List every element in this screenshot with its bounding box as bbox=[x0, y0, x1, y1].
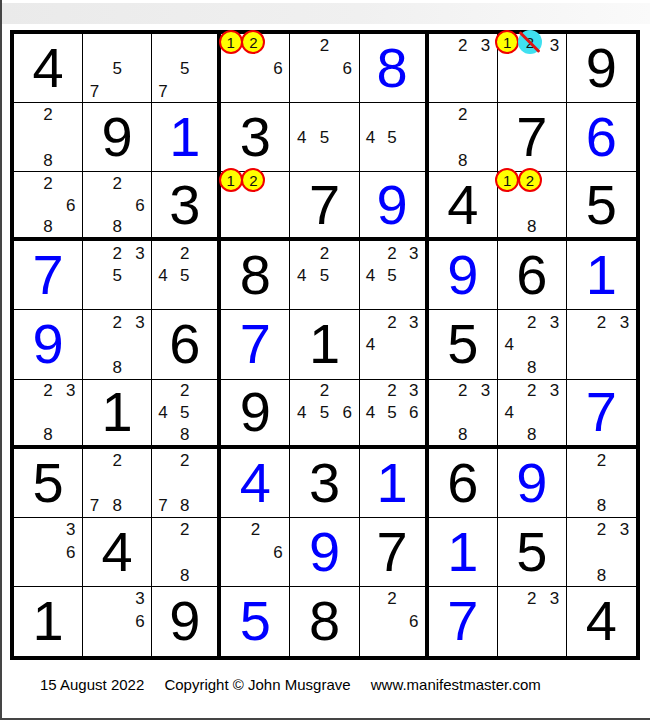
candidate-highlight-yellow-circle-icon: 1 bbox=[219, 30, 243, 54]
pencil-mark: 5 bbox=[180, 60, 189, 77]
sudoku-cell-r7c6[interactable]: 1 bbox=[360, 449, 429, 518]
pencil-mark: 2 bbox=[387, 382, 396, 399]
given-digit: 6 bbox=[429, 449, 497, 517]
sudoku-cell-r6c6[interactable]: 23456 bbox=[360, 380, 429, 449]
given-digit: 1 bbox=[14, 587, 82, 656]
pencil-mark: 3 bbox=[409, 313, 418, 330]
pencil-mark: 2 bbox=[387, 590, 396, 607]
given-digit: 7 bbox=[360, 518, 425, 586]
given-digit: 1 bbox=[83, 380, 151, 445]
pencil-mark: 3 bbox=[481, 37, 490, 54]
given-digit: 3 bbox=[290, 449, 358, 517]
sudoku-cell-r9c4[interactable]: 5 bbox=[221, 587, 290, 656]
sudoku-cell-r1c4[interactable]: 126 bbox=[221, 34, 290, 103]
sudoku-cell-r2c6[interactable]: 45 bbox=[360, 103, 429, 172]
pencil-mark: 2 bbox=[112, 313, 121, 330]
footer-url: www.manifestmaster.com bbox=[371, 676, 541, 693]
pencil-mark: 8 bbox=[43, 425, 52, 442]
sudoku-cell-r4c8[interactable]: 6 bbox=[498, 241, 567, 310]
sudoku-cell-r8c1[interactable]: 36 bbox=[14, 518, 83, 587]
pencil-mark: 2 bbox=[527, 313, 536, 330]
pencil-mark: 8 bbox=[180, 425, 189, 442]
sudoku-app-page: 4575712626823123928913454528762682683127… bbox=[0, 0, 650, 720]
given-digit: 5 bbox=[498, 518, 566, 586]
sudoku-cell-r7c2[interactable]: 278 bbox=[83, 449, 152, 518]
pencil-mark: 4 bbox=[366, 267, 375, 284]
pencil-mark: 2 bbox=[458, 37, 467, 54]
candidate-highlight-yellow-circle-icon: 1 bbox=[495, 30, 519, 54]
sudoku-cell-r7c5[interactable]: 3 bbox=[290, 449, 359, 518]
given-digit: 9 bbox=[221, 380, 289, 445]
pencil-mark: 5 bbox=[180, 404, 189, 421]
sudoku-cell-r9c7[interactable]: 7 bbox=[429, 587, 498, 656]
pencil-mark: 3 bbox=[550, 37, 559, 54]
sudoku-cell-r6c5[interactable]: 2456 bbox=[290, 380, 359, 449]
sudoku-cell-r2c2[interactable]: 9 bbox=[83, 103, 152, 172]
pencil-mark: 3 bbox=[550, 590, 559, 607]
sudoku-cell-r3c1[interactable]: 268 bbox=[14, 172, 83, 241]
pencil-mark: 2 bbox=[180, 382, 189, 399]
given-digit: 9 bbox=[152, 587, 217, 656]
pencil-mark: 6 bbox=[66, 196, 75, 213]
sudoku-cell-r6c8[interactable]: 2348 bbox=[498, 380, 567, 449]
pencil-mark: 3 bbox=[135, 244, 144, 261]
sudoku-cell-r8c7[interactable]: 1 bbox=[429, 518, 498, 587]
sudoku-cell-r2c7[interactable]: 28 bbox=[429, 103, 498, 172]
solved-digit: 7 bbox=[221, 310, 289, 378]
sudoku-cell-r4c1[interactable]: 7 bbox=[14, 241, 83, 310]
sudoku-cell-r7c1[interactable]: 5 bbox=[14, 449, 83, 518]
given-digit: 5 bbox=[429, 310, 497, 378]
sudoku-cell-r8c5[interactable]: 9 bbox=[290, 518, 359, 587]
pencil-mark: 8 bbox=[180, 497, 189, 514]
solved-digit: 1 bbox=[360, 449, 425, 517]
pencil-mark: 2 bbox=[597, 521, 606, 538]
sudoku-cell-r2c8[interactable]: 7 bbox=[498, 103, 567, 172]
sudoku-cell-r3c4[interactable]: 12 bbox=[221, 172, 290, 241]
sudoku-cell-r9c1[interactable]: 1 bbox=[14, 587, 83, 656]
pencil-mark: 6 bbox=[135, 613, 144, 630]
pencil-mark: 3 bbox=[620, 313, 629, 330]
sudoku-cell-r4c7[interactable]: 9 bbox=[429, 241, 498, 310]
pencil-mark: 5 bbox=[320, 129, 329, 146]
candidate-highlight-yellow-circle-icon: 1 bbox=[219, 168, 243, 192]
pencil-mark: 4 bbox=[158, 404, 167, 421]
sudoku-cell-r4c9[interactable]: 1 bbox=[567, 241, 636, 310]
pencil-mark: 6 bbox=[66, 543, 75, 560]
sudoku-cell-r2c1[interactable]: 28 bbox=[14, 103, 83, 172]
sudoku-cell-r5c8[interactable]: 2348 bbox=[498, 310, 567, 379]
pencil-mark: 8 bbox=[527, 218, 536, 235]
pencil-mark: 6 bbox=[409, 613, 418, 630]
pencil-mark: 4 bbox=[366, 336, 375, 353]
solved-digit: 5 bbox=[221, 587, 289, 656]
strikethrough-line-icon bbox=[519, 31, 541, 53]
sudoku-cell-r5c2[interactable]: 238 bbox=[83, 310, 152, 379]
pencil-mark: 2 bbox=[43, 175, 52, 192]
pencil-mark: 8 bbox=[527, 425, 536, 442]
pencil-mark: 4 bbox=[366, 404, 375, 421]
given-digit: 5 bbox=[14, 449, 82, 517]
solved-digit: 9 bbox=[429, 241, 497, 309]
sudoku-cell-r6c7[interactable]: 238 bbox=[429, 380, 498, 449]
pencil-mark: 5 bbox=[112, 60, 121, 77]
sudoku-cell-r1c8[interactable]: 123 bbox=[498, 34, 567, 103]
pencil-mark: 2 bbox=[112, 244, 121, 261]
pencil-mark: 3 bbox=[550, 313, 559, 330]
pencil-mark: 3 bbox=[481, 382, 490, 399]
sudoku-cell-r5c1[interactable]: 9 bbox=[14, 310, 83, 379]
sudoku-cell-r9c5[interactable]: 8 bbox=[290, 587, 359, 656]
sudoku-cell-r3c5[interactable]: 7 bbox=[290, 172, 359, 241]
pencil-mark: 8 bbox=[43, 218, 52, 235]
sudoku-cell-r1c5[interactable]: 26 bbox=[290, 34, 359, 103]
sudoku-cell-r5c3[interactable]: 6 bbox=[152, 310, 221, 379]
solved-digit: 7 bbox=[429, 587, 497, 656]
given-digit: 1 bbox=[290, 310, 358, 378]
pencil-mark: 4 bbox=[504, 336, 513, 353]
sudoku-cell-r7c9[interactable]: 28 bbox=[567, 449, 636, 518]
sudoku-cell-r8c2[interactable]: 4 bbox=[83, 518, 152, 587]
pencil-mark: 2 bbox=[320, 37, 329, 54]
pencil-mark: 8 bbox=[458, 425, 467, 442]
pencil-mark: 4 bbox=[297, 129, 306, 146]
pencil-mark: 7 bbox=[158, 82, 167, 99]
sudoku-cell-r9c9[interactable]: 4 bbox=[567, 587, 636, 656]
sudoku-cell-r3c8[interactable]: 128 bbox=[498, 172, 567, 241]
pencil-mark: 6 bbox=[342, 404, 351, 421]
solved-digit: 9 bbox=[14, 310, 82, 378]
pencil-mark: 2 bbox=[527, 590, 536, 607]
sudoku-cell-r8c3[interactable]: 28 bbox=[152, 518, 221, 587]
pencil-mark: 5 bbox=[112, 267, 121, 284]
solved-digit: 9 bbox=[360, 172, 425, 237]
solved-digit: 7 bbox=[14, 241, 82, 309]
candidate-highlight-yellow-circle-icon: 1 bbox=[495, 168, 519, 192]
given-digit: 4 bbox=[14, 34, 82, 102]
pencil-mark: 2 bbox=[112, 452, 121, 469]
pencil-mark: 2 bbox=[180, 521, 189, 538]
footer-date: 15 August 2022 bbox=[40, 676, 144, 693]
sudoku-cell-r3c2[interactable]: 268 bbox=[83, 172, 152, 241]
pencil-mark: 4 bbox=[297, 404, 306, 421]
sudoku-cell-r9c2[interactable]: 36 bbox=[83, 587, 152, 656]
solved-digit: 8 bbox=[360, 34, 425, 102]
sudoku-cell-r7c7[interactable]: 6 bbox=[429, 449, 498, 518]
sudoku-cell-r4c6[interactable]: 2345 bbox=[360, 241, 429, 310]
pencil-mark: 8 bbox=[112, 218, 121, 235]
given-digit: 4 bbox=[83, 518, 151, 586]
given-digit: 4 bbox=[567, 587, 636, 656]
pencil-mark: 6 bbox=[135, 196, 144, 213]
sudoku-cell-r6c9[interactable]: 7 bbox=[567, 380, 636, 449]
pencil-mark: 3 bbox=[135, 313, 144, 330]
pencil-mark: 3 bbox=[620, 521, 629, 538]
pencil-mark: 2 bbox=[251, 521, 260, 538]
pencil-mark: 6 bbox=[342, 60, 351, 77]
footer: 15 August 2022 Copyright © John Musgrave… bbox=[40, 676, 557, 693]
pencil-mark: 5 bbox=[387, 267, 396, 284]
pencil-mark: 6 bbox=[409, 404, 418, 421]
sudoku-cell-r2c5[interactable]: 45 bbox=[290, 103, 359, 172]
sudoku-cell-r5c7[interactable]: 5 bbox=[429, 310, 498, 379]
pencil-mark: 2 bbox=[597, 452, 606, 469]
pencil-mark: 2 bbox=[387, 313, 396, 330]
pencil-mark: 6 bbox=[273, 543, 282, 560]
pencil-mark: 8 bbox=[180, 566, 189, 583]
given-digit: 3 bbox=[152, 172, 217, 237]
pencil-mark: 8 bbox=[112, 497, 121, 514]
sudoku-cell-r8c8[interactable]: 5 bbox=[498, 518, 567, 587]
given-digit: 3 bbox=[221, 103, 289, 171]
sudoku-cell-r3c9[interactable]: 5 bbox=[567, 172, 636, 241]
given-digit: 6 bbox=[498, 241, 566, 309]
pencil-mark: 4 bbox=[504, 404, 513, 421]
pencil-mark: 8 bbox=[597, 566, 606, 583]
given-digit: 8 bbox=[290, 587, 358, 656]
sudoku-cell-r5c4[interactable]: 7 bbox=[221, 310, 290, 379]
sudoku-cell-r2c9[interactable]: 6 bbox=[567, 103, 636, 172]
sudoku-cell-r6c3[interactable]: 2458 bbox=[152, 380, 221, 449]
pencil-mark: 5 bbox=[320, 267, 329, 284]
pencil-mark: 3 bbox=[66, 382, 75, 399]
sudoku-cell-r7c4[interactable]: 4 bbox=[221, 449, 290, 518]
sudoku-cell-r9c6[interactable]: 26 bbox=[360, 587, 429, 656]
pencil-mark: 3 bbox=[409, 244, 418, 261]
candidate-highlight-yellow-circle-icon: 2 bbox=[518, 168, 542, 192]
given-digit: 9 bbox=[83, 103, 151, 171]
pencil-mark: 2 bbox=[320, 382, 329, 399]
title-bar-strip bbox=[2, 3, 650, 24]
solved-digit: 7 bbox=[567, 380, 636, 445]
solved-digit: 4 bbox=[221, 449, 289, 517]
sudoku-cell-r3c7[interactable]: 4 bbox=[429, 172, 498, 241]
candidate-highlight-yellow-circle-icon: 2 bbox=[241, 168, 265, 192]
pencil-mark: 2 bbox=[387, 244, 396, 261]
sudoku-cell-r7c3[interactable]: 278 bbox=[152, 449, 221, 518]
sudoku-cell-r4c2[interactable]: 235 bbox=[83, 241, 152, 310]
candidate-highlight-yellow-circle-icon: 2 bbox=[241, 30, 265, 54]
pencil-mark: 5 bbox=[180, 267, 189, 284]
sudoku-cell-r4c4[interactable]: 8 bbox=[221, 241, 290, 310]
sudoku-cell-r7c8[interactable]: 9 bbox=[498, 449, 567, 518]
sudoku-cell-r9c3[interactable]: 9 bbox=[152, 587, 221, 656]
sudoku-cell-r5c9[interactable]: 23 bbox=[567, 310, 636, 379]
sudoku-cell-r1c6[interactable]: 8 bbox=[360, 34, 429, 103]
sudoku-board: 4575712626823123928913454528762682683127… bbox=[10, 30, 640, 660]
sudoku-cell-r6c1[interactable]: 238 bbox=[14, 380, 83, 449]
pencil-mark: 7 bbox=[90, 82, 99, 99]
sudoku-cell-r9c8[interactable]: 23 bbox=[498, 587, 567, 656]
footer-copyright: Copyright © John Musgrave bbox=[164, 676, 350, 693]
pencil-mark: 6 bbox=[273, 60, 282, 77]
pencil-mark: 2 bbox=[43, 106, 52, 123]
pencil-mark: 7 bbox=[158, 497, 167, 514]
window-left-edge bbox=[0, 0, 2, 720]
sudoku-cell-r3c6[interactable]: 9 bbox=[360, 172, 429, 241]
sudoku-cell-r3c3[interactable]: 3 bbox=[152, 172, 221, 241]
solved-digit: 9 bbox=[498, 449, 566, 517]
pencil-mark: 4 bbox=[297, 267, 306, 284]
sudoku-cell-r1c7[interactable]: 23 bbox=[429, 34, 498, 103]
sudoku-cell-r8c4[interactable]: 26 bbox=[221, 518, 290, 587]
pencil-mark: 4 bbox=[158, 267, 167, 284]
given-digit: 4 bbox=[429, 172, 497, 237]
sudoku-cell-r5c5[interactable]: 1 bbox=[290, 310, 359, 379]
pencil-mark: 8 bbox=[43, 151, 52, 168]
given-digit: 7 bbox=[290, 172, 358, 237]
solved-digit: 1 bbox=[429, 518, 497, 586]
candidate-highlight-cyan-struck-icon: 2 bbox=[518, 30, 542, 54]
given-digit: 9 bbox=[567, 34, 636, 102]
given-digit: 7 bbox=[498, 103, 566, 171]
pencil-mark: 7 bbox=[90, 497, 99, 514]
sudoku-cell-r1c3[interactable]: 57 bbox=[152, 34, 221, 103]
pencil-mark: 3 bbox=[409, 382, 418, 399]
sudoku-cell-r4c5[interactable]: 245 bbox=[290, 241, 359, 310]
solved-digit: 1 bbox=[152, 103, 217, 171]
pencil-mark: 8 bbox=[458, 151, 467, 168]
pencil-mark: 3 bbox=[550, 382, 559, 399]
sudoku-cell-r8c6[interactable]: 7 bbox=[360, 518, 429, 587]
pencil-mark: 8 bbox=[527, 359, 536, 376]
pencil-mark: 3 bbox=[66, 521, 75, 538]
solved-digit: 9 bbox=[290, 518, 358, 586]
pencil-mark: 5 bbox=[387, 404, 396, 421]
pencil-mark: 2 bbox=[597, 313, 606, 330]
sudoku-cell-r5c6[interactable]: 234 bbox=[360, 310, 429, 379]
sudoku-cell-r1c2[interactable]: 57 bbox=[83, 34, 152, 103]
pencil-mark: 8 bbox=[597, 497, 606, 514]
given-digit: 5 bbox=[567, 172, 636, 237]
given-digit: 8 bbox=[221, 241, 289, 309]
sudoku-cell-r2c3[interactable]: 1 bbox=[152, 103, 221, 172]
sudoku-cell-r8c9[interactable]: 238 bbox=[567, 518, 636, 587]
solved-digit: 6 bbox=[567, 103, 636, 171]
pencil-mark: 5 bbox=[320, 404, 329, 421]
solved-digit: 1 bbox=[567, 241, 636, 309]
sudoku-cell-r1c9[interactable]: 9 bbox=[567, 34, 636, 103]
pencil-mark: 2 bbox=[458, 106, 467, 123]
sudoku-cell-r2c4[interactable]: 3 bbox=[221, 103, 290, 172]
pencil-mark: 5 bbox=[387, 129, 396, 146]
pencil-mark: 8 bbox=[112, 359, 121, 376]
pencil-mark: 2 bbox=[43, 382, 52, 399]
pencil-mark: 2 bbox=[320, 244, 329, 261]
given-digit: 6 bbox=[152, 310, 217, 378]
pencil-mark: 2 bbox=[180, 452, 189, 469]
pencil-mark: 2 bbox=[458, 382, 467, 399]
pencil-mark: 2 bbox=[527, 382, 536, 399]
pencil-mark: 4 bbox=[366, 129, 375, 146]
pencil-mark: 2 bbox=[112, 175, 121, 192]
pencil-mark: 3 bbox=[135, 590, 144, 607]
pencil-mark: 2 bbox=[180, 244, 189, 261]
sudoku-cell-r6c4[interactable]: 9 bbox=[221, 380, 290, 449]
sudoku-cell-r6c2[interactable]: 1 bbox=[83, 380, 152, 449]
sudoku-cell-r4c3[interactable]: 245 bbox=[152, 241, 221, 310]
sudoku-cell-r1c1[interactable]: 4 bbox=[14, 34, 83, 103]
